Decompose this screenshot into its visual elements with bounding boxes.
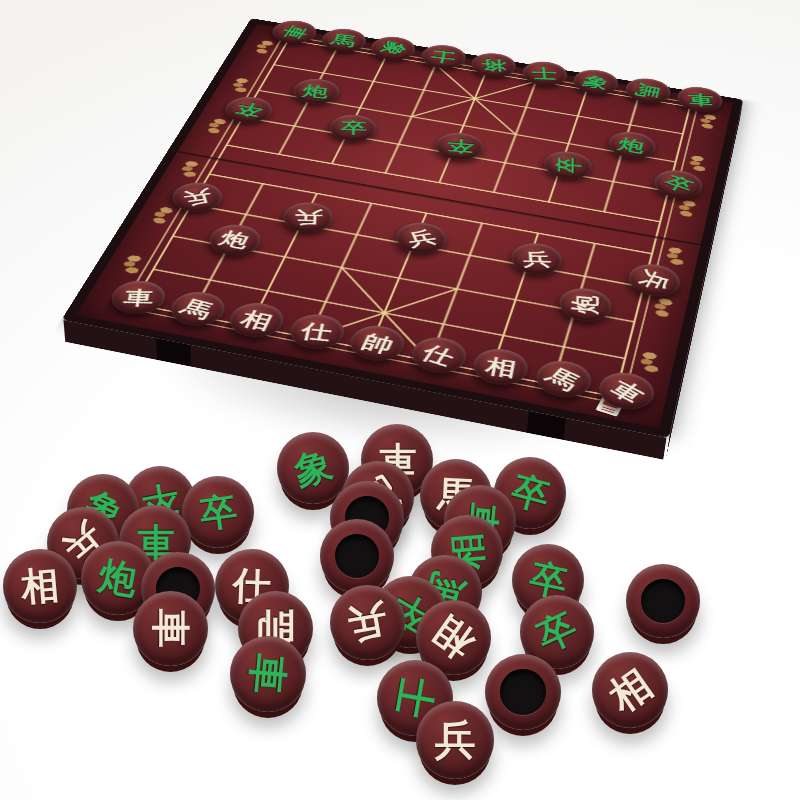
piece-glyph: 卒: [555, 156, 582, 173]
loose-piece-車[interactable]: 車: [133, 591, 208, 666]
board-piece-将[interactable]: 将: [467, 50, 519, 80]
loose-piece-卒[interactable]: 卒: [182, 476, 254, 548]
board-piece-兵[interactable]: 兵: [625, 261, 683, 301]
board-piece-炮[interactable]: 炮: [605, 129, 658, 162]
piece-glyph: 馬: [633, 82, 662, 99]
piece-glyph: 士: [531, 66, 558, 80]
board-piece-馬[interactable]: 馬: [622, 75, 673, 106]
piece-glyph: 士: [429, 49, 457, 65]
piece-glyph: 相: [426, 610, 480, 664]
loose-piece-相[interactable]: 相: [592, 652, 668, 728]
piece-glyph: 車: [151, 609, 190, 648]
piece-glyph: 象: [290, 445, 335, 490]
board-piece-馬[interactable]: 馬: [163, 288, 231, 330]
piece-glyph: 炮: [301, 84, 329, 100]
board-piece-車[interactable]: 車: [104, 277, 172, 318]
loose-piece-flipped[interactable]: [320, 519, 394, 593]
board-piece-兵[interactable]: 兵: [277, 199, 339, 236]
piece-glyph: 兵: [636, 268, 672, 292]
piece-glyph: 炮: [570, 294, 599, 314]
piece-glyph: 卒: [446, 138, 474, 155]
board-piece-炮[interactable]: 炮: [287, 76, 343, 107]
piece-glyph: 相: [483, 355, 517, 379]
board-piece-仕[interactable]: 仕: [283, 310, 349, 353]
piece-glyph: 兵: [294, 209, 323, 226]
board-piece-兵[interactable]: 兵: [507, 240, 566, 279]
piece-glyph: 仕: [299, 320, 333, 342]
piece-glyph: 炮: [96, 556, 140, 600]
loose-piece-flipped[interactable]: [626, 564, 700, 638]
loose-piece-flipped[interactable]: [485, 654, 561, 730]
gold-dragon-motif-icon: [687, 155, 708, 173]
felt-magnet-bottom: [641, 579, 685, 623]
piece-glyph: 将: [481, 58, 507, 72]
board-piece-士[interactable]: 士: [518, 59, 570, 89]
piece-glyph: 相: [19, 565, 60, 606]
board-piece-卒[interactable]: 卒: [540, 148, 595, 182]
loose-pieces-area: 車象卒馬炮卒象卒車車兵相炮卒相仕馬卒兵車帥卒相車相士兵: [0, 400, 800, 800]
piece-glyph: 兵: [404, 228, 439, 248]
board-piece-卒[interactable]: 卒: [431, 130, 487, 163]
board-piece-卒[interactable]: 卒: [324, 111, 381, 144]
piece-glyph: 兵: [435, 720, 476, 761]
board-piece-象[interactable]: 象: [570, 67, 621, 97]
board-piece-相[interactable]: 相: [223, 299, 290, 341]
board-piece-象[interactable]: 象: [366, 34, 419, 63]
piece-glyph: 兵: [181, 188, 214, 207]
board-piece-帥[interactable]: 帥: [344, 322, 410, 365]
board-piece-炮[interactable]: 炮: [203, 221, 267, 259]
piece-glyph: 相: [238, 308, 276, 332]
piece-glyph: 車: [246, 652, 289, 695]
piece-glyph: 相: [602, 662, 658, 718]
piece-glyph: 仕: [419, 342, 459, 369]
piece-glyph: 帥: [358, 331, 396, 356]
loose-piece-兵[interactable]: 兵: [416, 701, 494, 779]
felt-magnet-bottom: [500, 669, 546, 715]
board-piece-仕[interactable]: 仕: [406, 333, 471, 377]
board-piece-炮[interactable]: 炮: [555, 284, 615, 325]
piece-glyph: 象: [580, 73, 611, 91]
piece-glyph: 卒: [661, 173, 696, 195]
board-piece-兵[interactable]: 兵: [166, 179, 229, 215]
piece-glyph: 兵: [344, 599, 389, 644]
board-piece-馬[interactable]: 馬: [531, 357, 595, 402]
piece-glyph: 兵: [522, 250, 552, 268]
board-piece-士[interactable]: 士: [417, 42, 470, 71]
piece-glyph: 馬: [329, 32, 358, 47]
piece-glyph: 卒: [532, 607, 582, 657]
piece-glyph: 馬: [177, 296, 217, 320]
piece-glyph: 象: [377, 40, 410, 58]
piece-glyph: 卒: [232, 101, 265, 119]
board-piece-相[interactable]: 相: [468, 345, 532, 389]
piece-glyph: 車: [687, 92, 713, 108]
piece-glyph: 炮: [617, 136, 647, 155]
piece-glyph: 馬: [542, 365, 584, 393]
piece-glyph: 車: [278, 24, 310, 41]
piece-glyph: 炮: [217, 229, 253, 250]
photo-backdrop: 車馬象士将士象馬車炮炮卒卒卒卒卒兵兵兵兵兵炮炮車馬相仕帥仕相馬車 車象卒馬炮卒象…: [0, 0, 800, 800]
piece-glyph: 卒: [197, 491, 239, 533]
loose-piece-相[interactable]: 相: [3, 549, 77, 623]
loose-piece-兵[interactable]: 兵: [330, 585, 405, 660]
felt-magnet-bottom: [335, 534, 379, 578]
piece-glyph: 卒: [340, 120, 366, 135]
loose-piece-車[interactable]: 車: [230, 636, 306, 712]
piece-glyph: 車: [122, 288, 155, 307]
